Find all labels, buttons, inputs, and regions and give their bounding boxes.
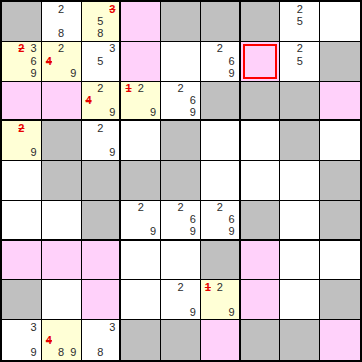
pencil-marks: 358	[83, 3, 119, 40]
cell-r9c7[interactable]	[241, 320, 281, 360]
cell-r1c2[interactable]: 28	[42, 2, 82, 42]
empty-note-slot	[67, 15, 79, 27]
empty-note-slot	[202, 214, 214, 226]
empty-note-slot	[83, 334, 95, 347]
empty-note-slot	[135, 106, 147, 118]
candidate-2: 2	[55, 3, 67, 15]
empty-note-slot	[106, 346, 118, 359]
empty-note-slot	[162, 214, 174, 226]
empty-note-slot	[67, 334, 79, 347]
cell-r6c7[interactable]	[241, 201, 281, 241]
empty-note-slot	[147, 214, 159, 226]
empty-note-slot	[106, 83, 118, 95]
cell-r9c5[interactable]	[161, 320, 201, 360]
cell-r2c9[interactable]	[320, 42, 360, 82]
empty-note-slot	[147, 202, 159, 214]
cell-r5c9[interactable]	[320, 161, 360, 201]
empty-note-slot	[202, 67, 214, 79]
cell-r6c8[interactable]	[280, 201, 320, 241]
empty-note-slot	[15, 135, 27, 147]
empty-note-slot	[15, 321, 27, 334]
pencil-marks: 35	[83, 43, 119, 80]
eliminated-candidate-1: 1	[122, 83, 134, 95]
cell-r5c8[interactable]	[280, 161, 320, 201]
cell-r2c4[interactable]	[121, 42, 161, 82]
cell-r9c2[interactable]: 489	[42, 320, 82, 360]
empty-note-slot	[83, 55, 95, 67]
cell-r5c6[interactable]	[201, 161, 241, 201]
empty-note-slot	[15, 67, 27, 79]
empty-note-slot	[94, 334, 106, 347]
empty-note-slot	[106, 135, 118, 147]
cell-r3c2[interactable]	[42, 82, 82, 122]
candidate-9: 9	[28, 67, 40, 79]
empty-note-slot	[281, 43, 293, 55]
pencil-marks: 489	[43, 321, 80, 359]
empty-note-slot	[43, 15, 55, 27]
empty-note-slot	[28, 122, 40, 134]
empty-note-slot	[83, 15, 95, 27]
empty-note-slot	[3, 55, 15, 67]
candidate-2: 2	[94, 83, 106, 95]
empty-note-slot	[306, 3, 318, 15]
candidate-2: 2	[135, 83, 147, 95]
empty-note-slot	[43, 67, 55, 79]
cell-r2c6[interactable]: 269	[201, 42, 241, 82]
cell-r2c8[interactable]: 25	[280, 42, 320, 82]
cell-r1c5[interactable]	[161, 2, 201, 42]
candidate-9: 9	[147, 226, 159, 238]
empty-note-slot	[174, 106, 186, 118]
empty-note-slot	[55, 321, 67, 334]
cell-r4c9[interactable]	[320, 121, 360, 161]
pencil-marks: 38	[83, 321, 119, 359]
eliminated-candidate-2: 2	[15, 43, 27, 55]
empty-note-slot	[55, 67, 67, 79]
empty-note-slot	[202, 294, 214, 306]
cell-r4c7[interactable]	[241, 121, 281, 161]
empty-note-slot	[174, 214, 186, 226]
cell-r8c5[interactable]: 29	[161, 280, 201, 320]
eliminated-candidate-1: 1	[202, 281, 214, 293]
empty-note-slot	[135, 214, 147, 226]
candidate-9: 9	[187, 226, 199, 238]
cell-r3c4[interactable]: 129	[121, 82, 161, 122]
cell-r6c4[interactable]: 29	[121, 201, 161, 241]
empty-note-slot	[94, 321, 106, 334]
pencil-marks: 269	[202, 202, 238, 238]
cell-r5c7[interactable]	[241, 161, 281, 201]
cell-r4c3[interactable]: 29	[82, 121, 122, 161]
eliminated-candidate-3: 3	[106, 3, 118, 15]
empty-note-slot	[202, 43, 214, 55]
empty-note-slot	[122, 202, 134, 214]
empty-note-slot	[147, 94, 159, 106]
cell-r7c3[interactable]	[82, 241, 122, 281]
empty-note-slot	[294, 67, 306, 79]
cell-r7c6[interactable]	[201, 241, 241, 281]
candidate-5: 5	[294, 15, 306, 27]
candidate-9: 9	[226, 306, 238, 318]
empty-note-slot	[162, 83, 174, 95]
empty-note-slot	[83, 321, 95, 334]
candidate-6: 6	[226, 55, 238, 67]
empty-note-slot	[106, 15, 118, 27]
candidate-5: 5	[94, 55, 106, 67]
empty-note-slot	[94, 67, 106, 79]
empty-note-slot	[162, 106, 174, 118]
empty-note-slot	[174, 94, 186, 106]
candidate-9: 9	[106, 106, 118, 118]
cell-r3c7[interactable]	[241, 82, 281, 122]
candidate-9: 9	[187, 306, 199, 318]
empty-note-slot	[162, 294, 174, 306]
empty-note-slot	[43, 321, 55, 334]
candidate-2: 2	[135, 202, 147, 214]
empty-note-slot	[3, 321, 15, 334]
cell-r9c6[interactable]	[201, 320, 241, 360]
pencil-marks: 29	[122, 202, 159, 238]
cell-r5c3[interactable]	[82, 161, 122, 201]
cell-r4c2[interactable]	[42, 121, 82, 161]
cell-r1c1[interactable]	[2, 2, 42, 42]
empty-note-slot	[28, 135, 40, 147]
cell-r2c5[interactable]	[161, 42, 201, 82]
candidate-2: 2	[174, 281, 186, 293]
cell-r5c4[interactable]	[121, 161, 161, 201]
empty-note-slot	[122, 226, 134, 238]
empty-note-slot	[162, 281, 174, 293]
empty-note-slot	[28, 334, 40, 347]
candidate-2: 2	[94, 122, 106, 134]
empty-note-slot	[306, 28, 318, 40]
empty-note-slot	[106, 67, 118, 79]
empty-note-slot	[135, 94, 147, 106]
empty-note-slot	[294, 28, 306, 40]
empty-note-slot	[94, 43, 106, 55]
cell-r1c8[interactable]: 25	[280, 2, 320, 42]
pencil-marks: 269	[162, 202, 199, 238]
empty-note-slot	[3, 43, 15, 55]
empty-note-slot	[174, 306, 186, 318]
empty-note-slot	[106, 94, 118, 106]
empty-note-slot	[83, 28, 95, 40]
pencil-marks: 249	[43, 43, 80, 80]
cell-r6c9[interactable]	[320, 201, 360, 241]
empty-note-slot	[226, 202, 238, 214]
empty-note-slot	[306, 43, 318, 55]
candidate-5: 5	[294, 55, 306, 67]
eliminated-candidate-4: 4	[43, 55, 55, 67]
empty-note-slot	[187, 281, 199, 293]
cell-r6c6[interactable]: 269	[201, 201, 241, 241]
empty-note-slot	[106, 334, 118, 347]
empty-note-slot	[3, 122, 15, 134]
pencil-marks: 249	[83, 83, 119, 119]
pencil-marks: 25	[281, 3, 318, 40]
empty-note-slot	[306, 67, 318, 79]
empty-note-slot	[67, 3, 79, 15]
empty-note-slot	[3, 67, 15, 79]
candidate-9: 9	[28, 147, 40, 159]
pencil-marks: 129	[122, 83, 159, 119]
candidate-3: 3	[28, 321, 40, 334]
cell-r3c5[interactable]: 269	[161, 82, 201, 122]
candidate-2: 2	[214, 281, 226, 293]
empty-note-slot	[83, 122, 95, 134]
eliminated-candidate-4: 4	[43, 334, 55, 347]
candidate-3: 3	[28, 43, 40, 55]
empty-note-slot	[94, 94, 106, 106]
empty-note-slot	[15, 346, 27, 359]
candidate-9: 9	[67, 346, 79, 359]
empty-note-slot	[306, 55, 318, 67]
candidate-2: 2	[55, 43, 67, 55]
candidate-9: 9	[226, 226, 238, 238]
candidate-2: 2	[174, 202, 186, 214]
empty-note-slot	[43, 28, 55, 40]
cell-r7c8[interactable]	[280, 241, 320, 281]
cell-r2c2[interactable]: 249	[42, 42, 82, 82]
empty-note-slot	[281, 28, 293, 40]
empty-note-slot	[174, 226, 186, 238]
empty-note-slot	[202, 202, 214, 214]
cell-r6c3[interactable]	[82, 201, 122, 241]
empty-note-slot	[83, 3, 95, 15]
cell-r9c9[interactable]	[320, 320, 360, 360]
empty-note-slot	[162, 306, 174, 318]
empty-note-slot	[3, 147, 15, 159]
candidate-9: 9	[187, 106, 199, 118]
empty-note-slot	[94, 106, 106, 118]
cell-r8c6[interactable]: 129	[201, 280, 241, 320]
cell-r7c1[interactable]	[2, 241, 42, 281]
empty-note-slot	[147, 83, 159, 95]
empty-note-slot	[15, 55, 27, 67]
empty-note-slot	[226, 294, 238, 306]
cell-r4c1[interactable]: 29	[2, 121, 42, 161]
empty-note-slot	[83, 346, 95, 359]
empty-note-slot	[226, 281, 238, 293]
candidate-3: 3	[106, 321, 118, 334]
empty-note-slot	[55, 334, 67, 347]
empty-note-slot	[306, 15, 318, 27]
empty-note-slot	[214, 226, 226, 238]
cell-r7c4[interactable]	[121, 241, 161, 281]
pencil-marks: 29	[162, 281, 199, 318]
empty-note-slot	[214, 55, 226, 67]
cell-r2c1[interactable]: 2369	[2, 42, 42, 82]
cell-r7c7[interactable]	[241, 241, 281, 281]
cell-r3c1[interactable]	[2, 82, 42, 122]
cell-r1c3[interactable]: 358	[82, 2, 122, 42]
candidate-9: 9	[67, 67, 79, 79]
cell-r3c8[interactable]	[280, 82, 320, 122]
pencil-marks: 129	[202, 281, 238, 318]
empty-note-slot	[214, 306, 226, 318]
empty-note-slot	[43, 3, 55, 15]
cell-r3c9[interactable]	[320, 82, 360, 122]
empty-note-slot	[3, 334, 15, 347]
candidate-9: 9	[226, 67, 238, 79]
empty-note-slot	[174, 294, 186, 306]
empty-note-slot	[122, 214, 134, 226]
empty-note-slot	[15, 334, 27, 347]
empty-note-slot	[83, 83, 95, 95]
candidate-9: 9	[28, 346, 40, 359]
empty-note-slot	[226, 43, 238, 55]
cell-r7c5[interactable]	[161, 241, 201, 281]
empty-note-slot	[67, 55, 79, 67]
empty-note-slot	[83, 67, 95, 79]
empty-note-slot	[187, 294, 199, 306]
eliminated-candidate-2: 2	[15, 122, 27, 134]
candidate-6: 6	[28, 55, 40, 67]
empty-note-slot	[83, 135, 95, 147]
empty-note-slot	[94, 147, 106, 159]
pencil-marks: 29	[3, 122, 40, 159]
empty-note-slot	[3, 135, 15, 147]
empty-note-slot	[83, 147, 95, 159]
candidate-8: 8	[55, 346, 67, 359]
cell-r8c1[interactable]	[2, 280, 42, 320]
empty-note-slot	[55, 55, 67, 67]
empty-note-slot	[202, 226, 214, 238]
cell-r3c6[interactable]	[201, 82, 241, 122]
candidate-6: 6	[187, 214, 199, 226]
eliminated-candidate-4: 4	[83, 94, 95, 106]
empty-note-slot	[202, 55, 214, 67]
cell-r1c7[interactable]	[241, 2, 281, 42]
cell-r4c8[interactable]	[280, 121, 320, 161]
pencil-marks: 25	[281, 43, 318, 80]
candidate-9: 9	[147, 106, 159, 118]
pencil-marks: 29	[83, 122, 119, 159]
cell-r8c8[interactable]	[280, 280, 320, 320]
empty-note-slot	[281, 67, 293, 79]
cell-r2c7[interactable]	[241, 42, 281, 82]
empty-note-slot	[281, 15, 293, 27]
empty-note-slot	[15, 147, 27, 159]
candidate-2: 2	[294, 3, 306, 15]
empty-note-slot	[214, 67, 226, 79]
candidate-2: 2	[214, 43, 226, 55]
empty-note-slot	[94, 135, 106, 147]
empty-note-slot	[43, 43, 55, 55]
empty-note-slot	[106, 122, 118, 134]
empty-note-slot	[162, 226, 174, 238]
cell-r8c4[interactable]	[121, 280, 161, 320]
cell-r9c3[interactable]: 38	[82, 320, 122, 360]
empty-note-slot	[135, 226, 147, 238]
empty-note-slot	[162, 202, 174, 214]
candidate-8: 8	[94, 346, 106, 359]
cell-r8c3[interactable]	[82, 280, 122, 320]
cell-r8c7[interactable]	[241, 280, 281, 320]
empty-note-slot	[162, 94, 174, 106]
cell-r8c2[interactable]	[42, 280, 82, 320]
sudoku-board: 2835825236924935269252491292692929292692…	[0, 0, 362, 362]
cell-r1c6[interactable]	[201, 2, 241, 42]
pencil-marks: 269	[162, 83, 199, 119]
empty-note-slot	[67, 43, 79, 55]
cell-r7c9[interactable]	[320, 241, 360, 281]
pencil-marks: 2369	[3, 43, 40, 80]
pencil-marks: 39	[3, 321, 40, 359]
cell-r5c5[interactable]	[161, 161, 201, 201]
candidate-5: 5	[94, 15, 106, 27]
cell-r1c4[interactable]	[121, 2, 161, 42]
empty-note-slot	[55, 15, 67, 27]
cell-r5c2[interactable]	[42, 161, 82, 201]
pencil-marks: 269	[202, 43, 238, 80]
empty-note-slot	[122, 94, 134, 106]
cell-r9c4[interactable]	[121, 320, 161, 360]
empty-note-slot	[202, 306, 214, 318]
empty-note-slot	[214, 214, 226, 226]
candidate-6: 6	[187, 94, 199, 106]
candidate-2: 2	[214, 202, 226, 214]
candidate-6: 6	[226, 214, 238, 226]
candidate-8: 8	[55, 28, 67, 40]
empty-note-slot	[106, 55, 118, 67]
empty-note-slot	[281, 55, 293, 67]
candidate-8: 8	[94, 28, 106, 40]
cell-r1c9[interactable]	[320, 2, 360, 42]
cell-r8c9[interactable]	[320, 280, 360, 320]
cell-r6c1[interactable]	[2, 201, 42, 241]
cell-r4c6[interactable]	[201, 121, 241, 161]
empty-note-slot	[94, 3, 106, 15]
pencil-marks: 28	[43, 3, 80, 40]
cell-r6c2[interactable]	[42, 201, 82, 241]
candidate-3: 3	[106, 43, 118, 55]
candidate-2: 2	[174, 83, 186, 95]
empty-note-slot	[83, 43, 95, 55]
candidate-9: 9	[106, 147, 118, 159]
empty-note-slot	[83, 106, 95, 118]
empty-note-slot	[214, 294, 226, 306]
empty-note-slot	[106, 28, 118, 40]
empty-note-slot	[3, 346, 15, 359]
empty-note-slot	[187, 202, 199, 214]
empty-note-slot	[187, 83, 199, 95]
cell-r6c5[interactable]: 269	[161, 201, 201, 241]
empty-note-slot	[281, 3, 293, 15]
cell-r2c3[interactable]: 35	[82, 42, 122, 82]
cell-r9c1[interactable]: 39	[2, 320, 42, 360]
empty-note-slot	[67, 321, 79, 334]
candidate-2: 2	[294, 43, 306, 55]
empty-note-slot	[122, 106, 134, 118]
cell-r4c5[interactable]	[161, 121, 201, 161]
cell-r4c4[interactable]	[121, 121, 161, 161]
cell-r9c8[interactable]	[280, 320, 320, 360]
cell-r7c2[interactable]	[42, 241, 82, 281]
cell-r5c1[interactable]	[2, 161, 42, 201]
empty-note-slot	[43, 346, 55, 359]
cell-r3c3[interactable]: 249	[82, 82, 122, 122]
empty-note-slot	[67, 28, 79, 40]
